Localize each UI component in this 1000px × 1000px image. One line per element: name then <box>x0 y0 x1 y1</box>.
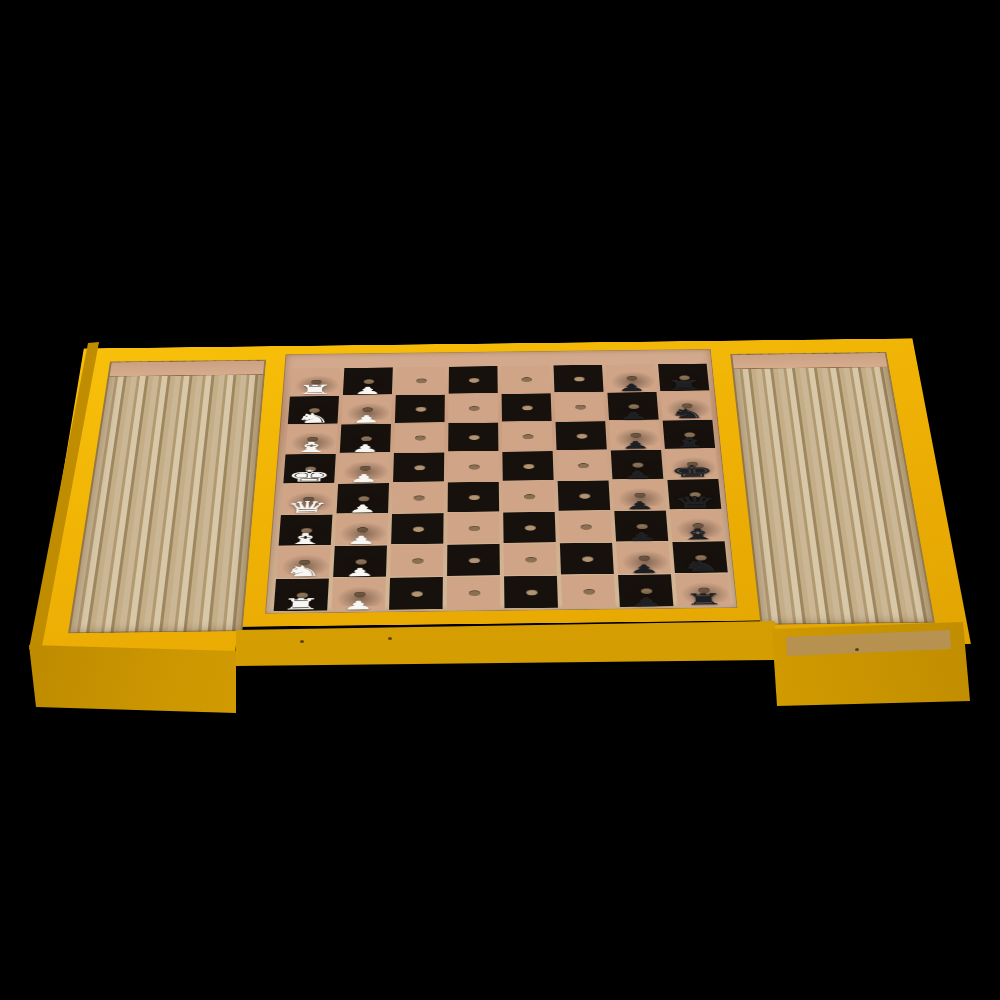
black-pawn[interactable]: ♟ <box>605 382 658 393</box>
peg-hole <box>526 589 538 595</box>
square-c8[interactable]: ♝ <box>668 509 727 541</box>
peg-hole <box>640 588 652 594</box>
peg-hole <box>414 465 425 470</box>
peg-hole <box>524 525 535 530</box>
square-a6[interactable] <box>559 574 618 608</box>
piece-shadow <box>340 522 387 541</box>
square-a7[interactable]: ♟ <box>616 574 676 608</box>
square-c5[interactable] <box>501 511 558 543</box>
piece-shadow <box>681 582 730 602</box>
peg-hole <box>577 463 588 468</box>
white-pawn[interactable]: ♟ <box>331 566 388 578</box>
white-pawn[interactable]: ♟ <box>336 472 391 483</box>
square-d6[interactable] <box>556 480 613 511</box>
chess-set-scene: ♜♟♟♜♞♟♟♞♝♟♟♝♚♟♟♚♛♟♟♛♝♟♟♝♞♟♟♞♜♟♟♜ <box>0 0 1000 1000</box>
peg-hole <box>468 557 479 563</box>
black-knight[interactable]: ♞ <box>660 407 715 421</box>
white-pawn[interactable]: ♟ <box>339 414 393 425</box>
peg-hole <box>573 376 584 381</box>
peg-hole <box>468 494 479 499</box>
white-pawn[interactable]: ♟ <box>334 503 390 515</box>
peg-hole <box>581 556 593 562</box>
square-h2[interactable]: ♟ <box>341 367 395 396</box>
piece-shadow <box>281 555 329 574</box>
peg-hole <box>355 559 367 565</box>
peg-hole <box>636 523 648 528</box>
peg-hole <box>468 406 479 411</box>
square-h7[interactable]: ♟ <box>604 364 659 392</box>
white-pawn[interactable]: ♟ <box>333 534 390 546</box>
black-pawn[interactable]: ♟ <box>608 439 663 450</box>
piece-shadow <box>678 550 726 569</box>
square-b7[interactable]: ♟ <box>614 541 673 574</box>
square-g7[interactable]: ♟ <box>605 392 660 421</box>
square-g8[interactable]: ♞ <box>658 391 714 420</box>
square-a5[interactable] <box>502 575 560 609</box>
peg-hole <box>358 496 369 501</box>
peg-hole <box>412 558 423 564</box>
nail-speck <box>855 648 859 651</box>
peg-hole <box>468 464 479 469</box>
white-pawn[interactable]: ♟ <box>338 443 393 454</box>
peg-hole <box>579 493 590 498</box>
square-h1[interactable]: ♜ <box>288 368 342 397</box>
white-king[interactable]: ♚ <box>281 468 337 485</box>
black-rook[interactable]: ♜ <box>674 592 733 608</box>
square-d4[interactable] <box>446 481 502 512</box>
square-a8[interactable]: ♜ <box>673 573 733 607</box>
square-c1[interactable]: ♝ <box>277 514 335 546</box>
square-b1[interactable]: ♞ <box>274 546 333 579</box>
peg-hole <box>296 592 308 598</box>
white-bishop[interactable]: ♝ <box>284 440 339 455</box>
peg-hole <box>522 405 533 410</box>
peg-hole <box>695 555 707 561</box>
square-a4[interactable] <box>445 576 503 610</box>
square-c2[interactable]: ♟ <box>333 513 390 545</box>
square-e4[interactable] <box>446 451 501 482</box>
black-bishop[interactable]: ♝ <box>662 435 717 450</box>
peg-hole <box>638 555 650 561</box>
peg-hole <box>525 557 536 563</box>
peg-hole <box>634 492 645 497</box>
square-g6[interactable] <box>553 392 608 421</box>
square-b5[interactable] <box>502 543 559 576</box>
peg-hole <box>412 526 423 531</box>
peg-hole <box>522 434 533 439</box>
peg-hole <box>521 377 532 382</box>
tray-left-gap-strip <box>110 361 265 377</box>
peg-hole <box>575 404 586 409</box>
square-b8[interactable]: ♞ <box>670 541 730 574</box>
square-e8[interactable]: ♚ <box>663 449 720 480</box>
white-queen[interactable]: ♛ <box>279 499 335 516</box>
peg-hole <box>411 591 423 597</box>
square-d5[interactable] <box>501 481 557 512</box>
square-h8[interactable]: ♜ <box>656 363 711 391</box>
black-pawn[interactable]: ♟ <box>607 410 661 421</box>
black-pawn[interactable]: ♟ <box>613 531 670 543</box>
square-f1[interactable]: ♝ <box>284 424 340 454</box>
white-bishop[interactable]: ♝ <box>276 531 333 547</box>
peg-hole <box>468 435 479 440</box>
black-queen[interactable]: ♛ <box>667 494 724 511</box>
square-a3[interactable] <box>387 576 445 610</box>
black-king[interactable]: ♚ <box>664 463 720 480</box>
piece-shadow <box>621 550 669 569</box>
piece-shadow <box>336 586 384 606</box>
nail-speck <box>388 637 392 640</box>
white-rook[interactable]: ♜ <box>288 383 342 396</box>
square-f6[interactable] <box>554 421 609 451</box>
square-g1[interactable]: ♞ <box>286 395 341 424</box>
peg-hole <box>580 524 591 529</box>
peg-hole <box>692 523 704 528</box>
piece-shadow <box>284 523 331 542</box>
square-e7[interactable]: ♟ <box>609 449 666 480</box>
peg-hole <box>353 591 365 597</box>
black-rook[interactable]: ♜ <box>657 379 711 392</box>
square-e1[interactable]: ♚ <box>281 453 338 484</box>
peg-hole <box>468 590 479 596</box>
nail-speck <box>300 640 304 643</box>
black-pawn[interactable]: ♟ <box>615 563 673 575</box>
piece-shadow <box>279 587 327 607</box>
piece-shadow <box>338 554 385 573</box>
peg-hole <box>298 559 310 565</box>
square-d2[interactable]: ♟ <box>334 483 391 514</box>
peg-hole <box>468 526 479 531</box>
square-c7[interactable]: ♟ <box>612 510 670 542</box>
square-f4[interactable] <box>446 422 500 452</box>
peg-hole <box>415 406 426 411</box>
square-e5[interactable] <box>500 451 555 482</box>
square-c3[interactable] <box>389 513 446 545</box>
square-f7[interactable]: ♟ <box>607 420 663 450</box>
square-b2[interactable]: ♟ <box>331 545 389 578</box>
peg-hole <box>697 587 709 593</box>
white-knight[interactable]: ♞ <box>286 411 340 425</box>
square-d7[interactable]: ♟ <box>611 479 668 510</box>
peg-hole <box>523 494 534 499</box>
peg-hole <box>413 495 424 500</box>
square-g4[interactable] <box>446 393 500 422</box>
white-knight[interactable]: ♞ <box>274 564 332 580</box>
square-e2[interactable]: ♟ <box>336 453 392 484</box>
piece-shadow <box>675 518 723 537</box>
tray-right-gap-strip <box>732 353 887 369</box>
square-f2[interactable]: ♟ <box>338 423 393 453</box>
square-f5[interactable] <box>500 421 555 451</box>
square-h6[interactable] <box>552 364 606 393</box>
square-a1[interactable]: ♜ <box>271 578 331 612</box>
square-h3[interactable] <box>394 366 447 395</box>
square-f8[interactable]: ♝ <box>661 419 718 449</box>
peg-hole <box>523 464 534 469</box>
piece-shadow <box>623 583 671 603</box>
square-e6[interactable] <box>555 450 611 481</box>
black-bishop[interactable]: ♝ <box>669 526 726 542</box>
board-sheet: ♜♟♟♜♞♟♟♞♝♟♟♝♚♟♟♚♛♟♟♛♝♟♟♝♞♟♟♞♜♟♟♜ <box>265 349 738 614</box>
square-d1[interactable]: ♛ <box>279 483 336 514</box>
black-pawn[interactable]: ♟ <box>617 596 675 609</box>
peg-hole <box>416 378 427 383</box>
peg-hole <box>576 433 587 438</box>
square-f3[interactable] <box>392 423 446 453</box>
square-g5[interactable] <box>500 393 554 422</box>
black-knight[interactable]: ♞ <box>672 559 730 574</box>
square-e3[interactable] <box>391 452 446 483</box>
black-pawn[interactable]: ♟ <box>612 499 668 511</box>
square-b6[interactable] <box>558 542 616 575</box>
white-pawn[interactable]: ♟ <box>329 599 387 612</box>
peg-hole <box>300 528 312 533</box>
square-a2[interactable]: ♟ <box>329 577 388 611</box>
piece-shadow <box>619 519 666 538</box>
piece-shadow <box>341 491 387 509</box>
square-d3[interactable] <box>390 482 446 513</box>
square-b4[interactable] <box>445 543 502 576</box>
peg-hole <box>414 435 425 440</box>
square-c6[interactable] <box>557 511 614 543</box>
square-h4[interactable] <box>447 366 500 395</box>
square-g3[interactable] <box>393 394 447 423</box>
square-c4[interactable] <box>445 512 501 544</box>
square-b3[interactable] <box>388 544 445 577</box>
peg-hole <box>583 589 595 595</box>
peg-hole <box>356 527 367 532</box>
black-pawn[interactable]: ♟ <box>610 469 665 480</box>
square-g2[interactable]: ♟ <box>339 395 393 424</box>
piece-shadow <box>618 488 665 506</box>
square-d8[interactable]: ♛ <box>665 479 723 510</box>
peg-hole <box>468 378 479 383</box>
white-rook[interactable]: ♜ <box>271 596 330 612</box>
table-top: ♜♟♟♜♞♟♟♞♝♟♟♝♚♟♟♚♛♟♟♛♝♟♟♝♞♟♟♞♜♟♟♜ <box>33 338 971 655</box>
white-pawn[interactable]: ♟ <box>341 385 394 396</box>
square-h5[interactable] <box>499 365 552 394</box>
